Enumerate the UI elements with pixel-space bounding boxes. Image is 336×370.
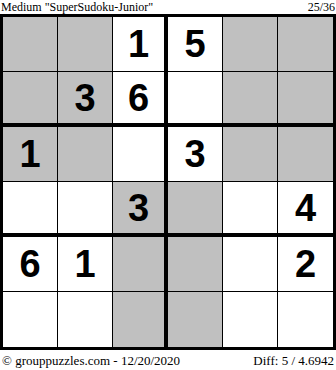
cell-r2c6[interactable]	[278, 72, 333, 127]
cell-r1c4[interactable]: 5	[168, 17, 223, 72]
copyright-text: © grouppuzzles.com - 12/20/2020	[2, 354, 180, 368]
puzzle-grid: 15361334612	[0, 14, 336, 350]
cell-r6c5[interactable]	[223, 292, 278, 347]
cell-r3c3[interactable]	[113, 127, 168, 182]
footer: © grouppuzzles.com - 12/20/2020 Diff: 5 …	[0, 350, 336, 370]
cell-r5c6[interactable]: 2	[278, 237, 333, 292]
cell-r6c2[interactable]	[58, 292, 113, 347]
cell-r6c3[interactable]	[113, 292, 168, 347]
puzzle-page: Medium "SuperSudoku-Junior" 25/36 153613…	[0, 0, 336, 370]
puzzle-title: Medium "SuperSudoku-Junior"	[1, 1, 153, 14]
cell-r4c3[interactable]: 3	[113, 182, 168, 237]
cell-r1c2[interactable]	[58, 17, 113, 72]
cell-r3c5[interactable]	[223, 127, 278, 182]
cell-r1c5[interactable]	[223, 17, 278, 72]
cell-r2c2[interactable]: 3	[58, 72, 113, 127]
cell-r5c5[interactable]	[223, 237, 278, 292]
cell-r3c2[interactable]	[58, 127, 113, 182]
cell-r4c1[interactable]	[3, 182, 58, 237]
cell-r4c6[interactable]: 4	[278, 182, 333, 237]
cell-r1c6[interactable]	[278, 17, 333, 72]
cell-r6c6[interactable]	[278, 292, 333, 347]
cell-r5c2[interactable]: 1	[58, 237, 113, 292]
cell-r1c1[interactable]	[3, 17, 58, 72]
cell-r2c4[interactable]	[168, 72, 223, 127]
cell-r1c3[interactable]: 1	[113, 17, 168, 72]
cell-r6c4[interactable]	[168, 292, 223, 347]
cell-r5c3[interactable]	[113, 237, 168, 292]
cell-r4c2[interactable]	[58, 182, 113, 237]
cell-r6c1[interactable]	[3, 292, 58, 347]
cell-r4c4[interactable]	[168, 182, 223, 237]
cell-r3c6[interactable]	[278, 127, 333, 182]
cell-r4c5[interactable]	[223, 182, 278, 237]
cell-r2c1[interactable]	[3, 72, 58, 127]
header: Medium "SuperSudoku-Junior" 25/36	[0, 0, 336, 14]
cell-r5c1[interactable]: 6	[3, 237, 58, 292]
cell-r5c4[interactable]	[168, 237, 223, 292]
cells-remaining-counter: 25/36	[308, 1, 335, 14]
cell-r2c3[interactable]: 6	[113, 72, 168, 127]
difficulty-text: Diff: 5 / 4.6942	[253, 354, 334, 368]
cell-r3c1[interactable]: 1	[3, 127, 58, 182]
cell-r3c4[interactable]: 3	[168, 127, 223, 182]
cell-r2c5[interactable]	[223, 72, 278, 127]
